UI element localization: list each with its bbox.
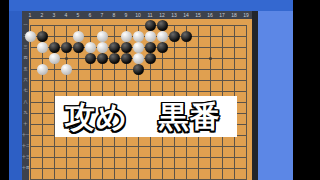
black-stone — [61, 42, 72, 53]
column-label: 13 — [168, 11, 180, 19]
column-label: 17 — [216, 11, 228, 19]
black-stone — [169, 31, 180, 42]
row-label: 十三 — [22, 154, 29, 160]
grid-line — [30, 25, 246, 26]
column-label: 12 — [156, 11, 168, 19]
row-label: 十 — [22, 121, 29, 127]
column-label: 7 — [96, 11, 108, 19]
white-stone — [133, 53, 144, 64]
black-stone — [181, 31, 192, 42]
top-blue-strip — [9, 0, 293, 11]
black-stone — [121, 42, 132, 53]
row-label: 七 — [22, 88, 29, 94]
black-stone — [97, 53, 108, 64]
white-stone — [121, 31, 132, 42]
column-label: 3 — [48, 11, 60, 19]
white-stone — [37, 64, 48, 75]
row-label: 三 — [22, 44, 29, 50]
white-stone — [145, 31, 156, 42]
grid-line — [30, 157, 246, 158]
column-label: 2 — [36, 11, 48, 19]
star-point — [209, 57, 212, 60]
row-header: 一二三四五六七八九十十一十二十三十四 — [22, 19, 29, 180]
column-label: 19 — [240, 11, 252, 19]
column-header: 12345678910111213141516171819 — [22, 11, 252, 19]
white-stone — [97, 42, 108, 53]
white-stone — [85, 42, 96, 53]
white-stone — [133, 42, 144, 53]
column-label: 9 — [120, 11, 132, 19]
column-label: 6 — [84, 11, 96, 19]
white-stone — [61, 64, 72, 75]
star-point — [65, 57, 68, 60]
black-stone — [85, 53, 96, 64]
white-stone — [157, 31, 168, 42]
black-stone — [73, 42, 84, 53]
screenshot-root: 12345678910111213141516171819 一二三四五六七八九十… — [0, 0, 320, 180]
column-label: 11 — [144, 11, 156, 19]
row-label: 十四 — [22, 165, 29, 171]
grid-line — [246, 25, 247, 180]
grid-line — [30, 168, 246, 169]
white-stone — [25, 31, 36, 42]
black-stone — [145, 20, 156, 31]
row-label: 九 — [22, 110, 29, 116]
black-stone — [145, 42, 156, 53]
row-label: 六 — [22, 77, 29, 83]
black-stone — [49, 42, 60, 53]
left-black-bar — [0, 0, 9, 180]
right-black-bar — [293, 0, 320, 180]
caption-banner: 攻め 黒番 — [55, 96, 237, 137]
black-stone — [109, 53, 120, 64]
grid-line — [30, 146, 246, 147]
black-stone — [157, 42, 168, 53]
grid-line — [30, 80, 246, 81]
white-stone — [73, 31, 84, 42]
row-label: 十二 — [22, 143, 29, 149]
column-label: 18 — [228, 11, 240, 19]
black-stone — [133, 64, 144, 75]
white-stone — [97, 31, 108, 42]
caption-text: 攻め 黒番 — [55, 96, 237, 137]
board-edge-shadow — [252, 11, 258, 180]
black-stone — [145, 53, 156, 64]
column-label: 16 — [204, 11, 216, 19]
white-stone — [37, 42, 48, 53]
column-label: 8 — [108, 11, 120, 19]
row-label: 五 — [22, 66, 29, 72]
column-label: 4 — [60, 11, 72, 19]
row-label: 一 — [22, 22, 29, 28]
black-stone — [109, 42, 120, 53]
column-label: 5 — [72, 11, 84, 19]
white-stone — [49, 53, 60, 64]
column-label: 1 — [24, 11, 36, 19]
column-label: 15 — [192, 11, 204, 19]
white-stone — [133, 31, 144, 42]
grid-line — [30, 91, 246, 92]
black-stone — [37, 31, 48, 42]
black-stone — [121, 53, 132, 64]
column-label: 10 — [132, 11, 144, 19]
black-stone — [157, 20, 168, 31]
grid-line — [30, 179, 246, 180]
row-label: 四 — [22, 55, 29, 61]
row-label: 八 — [22, 99, 29, 105]
row-label: 十一 — [22, 132, 29, 138]
right-panel — [258, 11, 293, 180]
column-label: 14 — [180, 11, 192, 19]
